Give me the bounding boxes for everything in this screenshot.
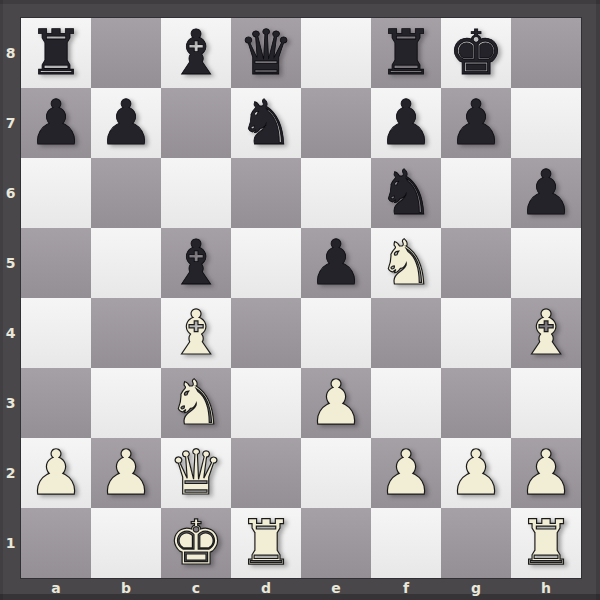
square-e3[interactable]: ♟: [301, 368, 371, 438]
file-label-a: a: [21, 581, 91, 595]
square-b1[interactable]: [91, 508, 161, 578]
square-b2[interactable]: ♟: [91, 438, 161, 508]
piece-white-pawn[interactable]: ♟: [518, 442, 574, 504]
square-g8[interactable]: ♚: [441, 18, 511, 88]
square-g7[interactable]: ♟: [441, 88, 511, 158]
square-b8[interactable]: [91, 18, 161, 88]
square-d8[interactable]: ♛: [231, 18, 301, 88]
square-f7[interactable]: ♟: [371, 88, 441, 158]
piece-white-bishop[interactable]: ♝: [168, 302, 224, 364]
square-e5[interactable]: ♟: [301, 228, 371, 298]
square-f8[interactable]: ♜: [371, 18, 441, 88]
square-b5[interactable]: [91, 228, 161, 298]
square-a2[interactable]: ♟: [21, 438, 91, 508]
piece-white-pawn[interactable]: ♟: [448, 442, 504, 504]
square-d4[interactable]: [231, 298, 301, 368]
square-g2[interactable]: ♟: [441, 438, 511, 508]
square-e8[interactable]: [301, 18, 371, 88]
piece-white-pawn[interactable]: ♟: [308, 372, 364, 434]
square-c7[interactable]: [161, 88, 231, 158]
piece-white-bishop[interactable]: ♝: [518, 302, 574, 364]
piece-white-pawn[interactable]: ♟: [378, 442, 434, 504]
board-frame: ♜♝♛♜♚♟♟♞♟♟♞♟♝♟♞♝♝♞♟♟♟♛♟♟♟♚♜♜ 87654321 ab…: [0, 0, 600, 600]
file-label-h: h: [511, 581, 581, 595]
square-g6[interactable]: [441, 158, 511, 228]
rank-label-2: 2: [1, 438, 20, 508]
square-h6[interactable]: ♟: [511, 158, 581, 228]
piece-black-pawn[interactable]: ♟: [308, 232, 364, 294]
square-g4[interactable]: [441, 298, 511, 368]
piece-black-pawn[interactable]: ♟: [378, 92, 434, 154]
piece-white-queen[interactable]: ♛: [168, 442, 224, 504]
file-label-g: g: [441, 581, 511, 595]
square-e1[interactable]: [301, 508, 371, 578]
piece-black-pawn[interactable]: ♟: [448, 92, 504, 154]
square-g5[interactable]: [441, 228, 511, 298]
square-f5[interactable]: ♞: [371, 228, 441, 298]
square-d2[interactable]: [231, 438, 301, 508]
rank-label-4: 4: [1, 298, 20, 368]
piece-black-knight[interactable]: ♞: [238, 92, 294, 154]
square-b6[interactable]: [91, 158, 161, 228]
piece-black-bishop[interactable]: ♝: [168, 22, 224, 84]
piece-white-pawn[interactable]: ♟: [28, 442, 84, 504]
piece-black-bishop[interactable]: ♝: [168, 232, 224, 294]
square-a3[interactable]: [21, 368, 91, 438]
square-f1[interactable]: [371, 508, 441, 578]
chess-board: ♜♝♛♜♚♟♟♞♟♟♞♟♝♟♞♝♝♞♟♟♟♛♟♟♟♚♜♜: [21, 18, 581, 578]
square-h2[interactable]: ♟: [511, 438, 581, 508]
square-g3[interactable]: [441, 368, 511, 438]
rank-label-8: 8: [1, 18, 20, 88]
piece-black-pawn[interactable]: ♟: [98, 92, 154, 154]
piece-black-king[interactable]: ♚: [448, 22, 504, 84]
square-h1[interactable]: ♜: [511, 508, 581, 578]
piece-black-knight[interactable]: ♞: [378, 162, 434, 224]
square-e7[interactable]: [301, 88, 371, 158]
file-label-f: f: [371, 581, 441, 595]
square-c2[interactable]: ♛: [161, 438, 231, 508]
square-b4[interactable]: [91, 298, 161, 368]
piece-white-knight[interactable]: ♞: [378, 232, 434, 294]
square-d7[interactable]: ♞: [231, 88, 301, 158]
piece-black-rook[interactable]: ♜: [28, 22, 84, 84]
square-a8[interactable]: ♜: [21, 18, 91, 88]
piece-white-king[interactable]: ♚: [168, 512, 224, 574]
piece-white-knight[interactable]: ♞: [168, 372, 224, 434]
square-a5[interactable]: [21, 228, 91, 298]
square-g1[interactable]: [441, 508, 511, 578]
square-h7[interactable]: [511, 88, 581, 158]
square-e4[interactable]: [301, 298, 371, 368]
square-e6[interactable]: [301, 158, 371, 228]
square-d3[interactable]: [231, 368, 301, 438]
piece-black-rook[interactable]: ♜: [378, 22, 434, 84]
file-label-b: b: [91, 581, 161, 595]
square-d1[interactable]: ♜: [231, 508, 301, 578]
file-label-d: d: [231, 581, 301, 595]
square-h8[interactable]: [511, 18, 581, 88]
square-c4[interactable]: ♝: [161, 298, 231, 368]
file-label-e: e: [301, 581, 371, 595]
square-c5[interactable]: ♝: [161, 228, 231, 298]
square-c1[interactable]: ♚: [161, 508, 231, 578]
rank-label-1: 1: [1, 508, 20, 578]
piece-black-pawn[interactable]: ♟: [28, 92, 84, 154]
square-f6[interactable]: ♞: [371, 158, 441, 228]
square-c3[interactable]: ♞: [161, 368, 231, 438]
square-a6[interactable]: [21, 158, 91, 228]
square-d5[interactable]: [231, 228, 301, 298]
square-a4[interactable]: [21, 298, 91, 368]
square-b7[interactable]: ♟: [91, 88, 161, 158]
square-d6[interactable]: [231, 158, 301, 228]
square-b3[interactable]: [91, 368, 161, 438]
square-f3[interactable]: [371, 368, 441, 438]
square-h3[interactable]: [511, 368, 581, 438]
file-label-c: c: [161, 581, 231, 595]
piece-white-rook[interactable]: ♜: [518, 512, 574, 574]
square-h4[interactable]: ♝: [511, 298, 581, 368]
rank-label-3: 3: [1, 368, 20, 438]
piece-white-rook[interactable]: ♜: [238, 512, 294, 574]
piece-black-pawn[interactable]: ♟: [518, 162, 574, 224]
square-f4[interactable]: [371, 298, 441, 368]
piece-black-queen[interactable]: ♛: [238, 22, 294, 84]
square-a1[interactable]: [21, 508, 91, 578]
square-a7[interactable]: ♟: [21, 88, 91, 158]
rank-label-5: 5: [1, 228, 20, 298]
square-e2[interactable]: [301, 438, 371, 508]
rank-label-6: 6: [1, 158, 20, 228]
square-h5[interactable]: [511, 228, 581, 298]
square-c6[interactable]: [161, 158, 231, 228]
square-c8[interactable]: ♝: [161, 18, 231, 88]
rank-label-7: 7: [1, 88, 20, 158]
square-f2[interactable]: ♟: [371, 438, 441, 508]
piece-white-pawn[interactable]: ♟: [98, 442, 154, 504]
